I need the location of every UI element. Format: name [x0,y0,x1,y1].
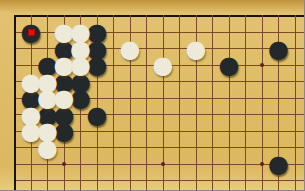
white-stone: ● [154,56,172,74]
star-point [161,162,165,166]
grid-hline [14,180,305,181]
black-stone: ● [270,155,288,173]
star-point [62,162,66,166]
go-board-screenshot: ●●●●●●●●●●●●●●●●●●●●●●●●●●●●●●●●● [0,0,304,190]
white-stone: ● [55,89,73,107]
board-top-edge-line [14,15,305,17]
grid-vline [113,15,114,191]
last-move-marker [28,29,35,36]
white-stone: ● [121,40,139,58]
grid-vline [146,15,147,191]
board-left-edge-line [14,15,16,191]
black-stone: ● [88,106,106,124]
grid-vline [229,15,230,191]
go-board[interactable]: ●●●●●●●●●●●●●●●●●●●●●●●●●●●●●●●●● [0,0,304,190]
white-stone: ● [39,139,57,157]
grid-vline [179,15,180,191]
grid-vline [295,15,296,191]
grid-vline [245,15,246,191]
black-stone: ● [220,56,238,74]
white-stone: ● [72,56,90,74]
black-stone: ● [270,40,288,58]
star-point [260,162,264,166]
white-stone: ● [187,40,205,58]
grid-vline [212,15,213,191]
star-point [260,63,264,67]
